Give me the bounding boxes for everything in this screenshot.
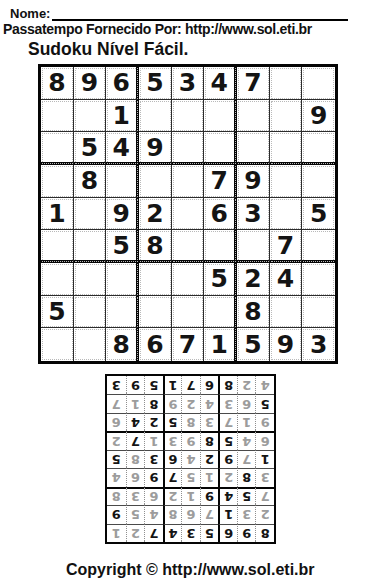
cell-r9c9[interactable]: 3 [302,328,335,361]
cell-r4c8[interactable] [270,165,303,198]
solution-cell-r1c7: 7 [144,524,163,542]
cell-r1c8[interactable] [270,67,303,100]
solution-cell-r3c6: 2 [163,487,182,505]
solution-cell-r6c1: 6 [255,431,274,449]
cell-r7c6[interactable]: 5 [204,263,237,296]
solution-cell-r8c2: 6 [237,394,256,412]
solution-cell-r5c5: 4 [181,450,200,468]
cell-r4c3[interactable] [106,165,139,198]
cell-r7c8[interactable]: 4 [270,263,303,296]
cell-r6c5[interactable] [172,230,205,263]
solution-cell-r5c8: 8 [126,450,145,468]
cell-r5c3[interactable]: 9 [106,198,139,231]
solution-cell-r2c8: 5 [126,505,145,523]
cell-r6c2[interactable] [74,230,107,263]
cell-r2c7[interactable] [237,100,270,133]
solution-cell-r5c6: 6 [163,450,182,468]
cell-r4c5[interactable] [172,165,205,198]
solution-cell-r3c1: 7 [255,487,274,505]
solution-cell-r7c2: 1 [237,413,256,431]
cell-r8c9[interactable] [302,296,335,329]
solution-cell-r5c3: 9 [218,450,237,468]
solution-cell-r3c4: 9 [200,487,219,505]
cell-r2c3[interactable]: 1 [106,100,139,133]
cell-r9c4[interactable]: 6 [139,328,172,361]
name-label: Nome: [10,6,50,21]
cell-r9c1[interactable] [41,328,74,361]
cell-r1c5[interactable]: 3 [172,67,205,100]
cell-r3c9[interactable] [302,132,335,165]
solution-cell-r7c5: 8 [181,413,200,431]
cell-r9c2[interactable] [74,328,107,361]
solution-cell-r1c4: 5 [200,524,219,542]
solution-cell-r4c2: 8 [237,468,256,486]
cell-r9c8[interactable]: 9 [270,328,303,361]
cell-r6c1[interactable] [41,230,74,263]
solution-cell-r5c9: 5 [107,450,126,468]
solution-cell-r3c2: 5 [237,487,256,505]
solution-cell-r1c8: 2 [126,524,145,542]
cell-r6c4[interactable]: 8 [139,230,172,263]
solution-cell-r7c1: 9 [255,413,274,431]
cell-r2c1[interactable] [41,100,74,133]
cell-r5c4[interactable]: 2 [139,198,172,231]
cell-r4c7[interactable]: 9 [237,165,270,198]
cell-r2c9[interactable]: 9 [302,100,335,133]
solution-cell-r7c8: 4 [126,413,145,431]
solution-cell-r6c4: 8 [200,431,219,449]
cell-r6c6[interactable] [204,230,237,263]
cell-r8c2[interactable] [74,296,107,329]
solution-cell-r3c3: 4 [218,487,237,505]
solution-cell-r1c6: 4 [163,524,182,542]
cell-r2c6[interactable] [204,100,237,133]
cell-r5c7[interactable]: 3 [237,198,270,231]
solution-cell-r9c2: 2 [237,376,256,394]
cell-r5c2[interactable] [74,198,107,231]
cell-r3c5[interactable] [172,132,205,165]
cell-r5c1[interactable]: 1 [41,198,74,231]
cell-r6c7[interactable] [237,230,270,263]
solution-cell-r4c4: 1 [200,468,219,486]
solution-cell-r9c6: 1 [163,376,182,394]
cell-r8c5[interactable] [172,296,205,329]
solution-cell-r2c1: 2 [255,505,274,523]
cell-r4c6[interactable]: 7 [204,165,237,198]
solution-cell-r2c2: 3 [237,505,256,523]
cell-r4c9[interactable] [302,165,335,198]
solution-cell-r2c3: 1 [218,505,237,523]
cell-r9c3[interactable]: 8 [106,328,139,361]
solution-cell-r4c5: 5 [181,468,200,486]
solution-cell-r9c5: 7 [181,376,200,394]
solution-cell-r4c1: 3 [255,468,274,486]
cell-r1c3[interactable]: 6 [106,67,139,100]
solution-cell-r2c4: 7 [200,505,219,523]
cell-r6c8[interactable]: 7 [270,230,303,263]
cell-r1c6[interactable]: 4 [204,67,237,100]
solution-cell-r7c4: 3 [200,413,219,431]
solution-cell-r7c6: 5 [163,413,182,431]
solution-cell-r3c5: 1 [181,487,200,505]
cell-r9c5[interactable]: 7 [172,328,205,361]
solution-cell-r4c9: 4 [107,468,126,486]
solution-cell-r6c3: 5 [218,431,237,449]
name-input-line[interactable] [52,4,348,21]
solution-cell-r4c6: 7 [163,468,182,486]
solution-cell-r6c7: 1 [144,431,163,449]
cell-r9c7[interactable]: 5 [237,328,270,361]
solution-cell-r8c3: 3 [218,394,237,412]
cell-r7c1[interactable] [41,263,74,296]
puzzle-grid: 896534719549879192635587524588671593 [38,64,338,364]
solution-cell-r6c5: 9 [181,431,200,449]
solution-cell-r8c9: 7 [107,394,126,412]
provided-by-text: Passatempo Fornecido Por: http://www.sol… [3,21,312,37]
cell-r3c1[interactable] [41,132,74,165]
solution-cell-r9c3: 8 [218,376,237,394]
solution-cell-r6c2: 4 [237,431,256,449]
solution-cell-r2c7: 4 [144,505,163,523]
cell-r3c3[interactable]: 4 [106,132,139,165]
solution-cell-r1c2: 9 [237,524,256,542]
cell-r7c4[interactable] [139,263,172,296]
solution-cell-r5c1: 1 [255,450,274,468]
cell-r3c7[interactable] [237,132,270,165]
cell-r7c3[interactable] [106,263,139,296]
cell-r1c1[interactable]: 8 [41,67,74,100]
solution-cell-r8c6: 9 [163,394,182,412]
page-title: Sudoku Nível Fácil. [28,39,188,60]
cell-r6c3[interactable]: 5 [106,230,139,263]
solution-cell-r1c5: 3 [181,524,200,542]
solution-cell-r3c9: 8 [107,487,126,505]
solution-cell-r2c5: 6 [181,505,200,523]
cell-r4c2[interactable]: 8 [74,165,107,198]
cell-r2c8[interactable] [270,100,303,133]
solution-cell-r8c4: 4 [200,394,219,412]
cell-r5c8[interactable] [270,198,303,231]
cell-r8c1[interactable]: 5 [41,296,74,329]
worksheet-page: Nome: Passatempo Fornecido Por: http://w… [0,0,380,585]
cell-r3c6[interactable] [204,132,237,165]
solution-cell-r2c9: 9 [107,505,126,523]
solution-cell-r7c3: 7 [218,413,237,431]
solution-cell-r4c8: 6 [126,468,145,486]
cell-r8c8[interactable] [270,296,303,329]
solution-cell-r9c1: 4 [255,376,274,394]
cell-r3c8[interactable] [270,132,303,165]
solution-cell-r1c3: 6 [218,524,237,542]
cell-r1c7[interactable]: 7 [237,67,270,100]
solution-cell-r4c3: 2 [218,468,237,486]
solution-cell-r9c7: 5 [144,376,163,394]
copyright-text: Copyright © http://www.sol.eti.br [66,561,315,579]
cell-r1c9[interactable] [302,67,335,100]
cell-r2c2[interactable] [74,100,107,133]
cell-r8c6[interactable] [204,296,237,329]
cell-r5c9[interactable]: 5 [302,198,335,231]
solution-cell-r5c4: 2 [200,450,219,468]
cell-r7c2[interactable] [74,263,107,296]
cell-r2c4[interactable] [139,100,172,133]
cell-r8c7[interactable]: 8 [237,296,270,329]
solution-cell-r9c8: 9 [126,376,145,394]
solution-cell-r6c9: 2 [107,431,126,449]
solution-cell-r4c7: 9 [144,468,163,486]
solution-cell-r1c1: 8 [255,524,274,542]
cell-r3c2[interactable]: 5 [74,132,107,165]
solution-cell-r7c9: 6 [107,413,126,431]
cell-r6c9[interactable] [302,230,335,263]
cell-r7c9[interactable] [302,263,335,296]
solution-cell-r8c7: 8 [144,394,163,412]
solution-cell-r6c8: 7 [126,431,145,449]
cell-r4c1[interactable] [41,165,74,198]
cell-r1c4[interactable]: 5 [139,67,172,100]
cell-r2c5[interactable] [172,100,205,133]
solution-cell-r5c7: 3 [144,450,163,468]
cell-r9c6[interactable]: 1 [204,328,237,361]
solution-cell-r8c8: 1 [126,394,145,412]
cell-r7c5[interactable] [172,263,205,296]
solution-cell-r8c5: 2 [181,394,200,412]
cell-r8c4[interactable] [139,296,172,329]
solution-cell-r3c8: 3 [126,487,145,505]
solution-cell-r6c6: 3 [163,431,182,449]
solution-cell-r5c2: 7 [237,450,256,468]
name-field-row: Nome: [10,4,348,21]
cell-r3c4[interactable]: 9 [139,132,172,165]
solution-cell-r8c1: 5 [255,394,274,412]
cell-r8c3[interactable] [106,296,139,329]
solution-cell-r9c9: 3 [107,376,126,394]
cell-r4c4[interactable] [139,165,172,198]
solution-cell-r1c9: 1 [107,524,126,542]
solution-grid: 8965347212317684597549126383821579641792… [105,374,276,544]
solution-cell-r7c7: 2 [144,413,163,431]
cell-r5c5[interactable] [172,198,205,231]
cell-r1c2[interactable]: 9 [74,67,107,100]
solution-cell-r9c4: 6 [200,376,219,394]
cell-r7c7[interactable]: 2 [237,263,270,296]
solution-cell-r2c6: 8 [163,505,182,523]
cell-r5c6[interactable]: 6 [204,198,237,231]
solution-cell-r3c7: 6 [144,487,163,505]
